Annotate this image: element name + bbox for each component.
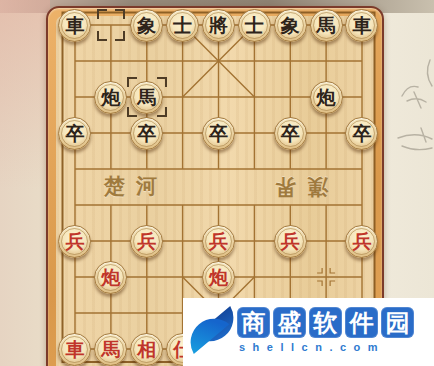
watermark-char-stamp: 盛 <box>273 307 306 338</box>
piece-glyph: 兵 <box>209 232 228 251</box>
piece-glyph: 車 <box>65 340 84 359</box>
piece-red-2-7[interactable]: 炮 <box>94 261 127 294</box>
piece-glyph: 士 <box>173 16 192 35</box>
piece-glyph: 士 <box>245 16 264 35</box>
marker-corner <box>157 77 167 87</box>
xiangqi-game-screen: 楚河 漢界 車象士將士象馬車炮馬炮卒卒卒卒卒兵兵兵兵兵炮炮車馬相仕帥仕相馬車 商… <box>0 0 434 366</box>
piece-glyph: 炮 <box>101 268 120 287</box>
piece-black-8-2[interactable]: 炮 <box>310 81 343 114</box>
piece-glyph: 卒 <box>281 124 300 143</box>
piece-red-3-9[interactable]: 相 <box>130 333 163 366</box>
marker-corner <box>127 77 137 87</box>
last-move-from-marker <box>97 9 125 41</box>
piece-black-5-3[interactable]: 卒 <box>202 117 235 150</box>
piece-glyph: 炮 <box>209 268 228 287</box>
piece-black-1-3[interactable]: 卒 <box>58 117 91 150</box>
piece-glyph: 卒 <box>65 124 84 143</box>
watermark-char: 软 <box>314 311 338 335</box>
piece-black-7-3[interactable]: 卒 <box>274 117 307 150</box>
piece-red-1-6[interactable]: 兵 <box>58 225 91 258</box>
piece-black-3-0[interactable]: 象 <box>130 9 163 42</box>
watermark-s-logo-icon <box>189 301 235 359</box>
piece-glyph: 兵 <box>137 232 156 251</box>
piece-glyph: 卒 <box>352 124 371 143</box>
piece-glyph: 將 <box>209 16 228 35</box>
watermark-url: shellcn.com <box>237 342 414 353</box>
watermark-panel: 商盛软件园 shellcn.com <box>183 298 434 366</box>
last-move-to-marker <box>127 77 167 117</box>
watermark-char-stamp: 件 <box>345 307 378 338</box>
watermark-char: 商 <box>242 311 266 335</box>
piece-black-5-0[interactable]: 將 <box>202 9 235 42</box>
piece-red-9-6[interactable]: 兵 <box>345 225 378 258</box>
piece-glyph: 馬 <box>101 340 120 359</box>
piece-glyph: 相 <box>137 340 156 359</box>
marker-corner <box>115 9 125 19</box>
piece-glyph: 馬 <box>317 16 336 35</box>
watermark-char-stamp: 园 <box>381 307 414 338</box>
piece-red-5-6[interactable]: 兵 <box>202 225 235 258</box>
piece-glyph: 車 <box>65 16 84 35</box>
piece-glyph: 炮 <box>101 88 120 107</box>
marker-corner <box>97 31 107 41</box>
piece-black-7-0[interactable]: 象 <box>274 9 307 42</box>
watermark-char: 件 <box>350 311 374 335</box>
piece-red-1-9[interactable]: 車 <box>58 333 91 366</box>
piece-glyph: 卒 <box>209 124 228 143</box>
piece-glyph: 象 <box>281 16 300 35</box>
piece-black-2-2[interactable]: 炮 <box>94 81 127 114</box>
piece-red-3-6[interactable]: 兵 <box>130 225 163 258</box>
watermark-char: 盛 <box>278 311 302 335</box>
piece-black-8-0[interactable]: 馬 <box>310 9 343 42</box>
piece-glyph: 象 <box>137 16 156 35</box>
piece-glyph: 兵 <box>281 232 300 251</box>
watermark-site-name: 商盛软件园 shellcn.com <box>237 307 414 353</box>
piece-glyph: 炮 <box>317 88 336 107</box>
watermark-char-stamp: 软 <box>309 307 342 338</box>
piece-black-3-3[interactable]: 卒 <box>130 117 163 150</box>
piece-black-9-0[interactable]: 車 <box>345 9 378 42</box>
marker-corner <box>97 9 107 19</box>
piece-glyph: 兵 <box>65 232 84 251</box>
piece-black-4-0[interactable]: 士 <box>166 9 199 42</box>
watermark-char: 园 <box>386 311 410 335</box>
marker-corner <box>115 31 125 41</box>
watermark-stamp-row: 商盛软件园 <box>237 307 414 338</box>
piece-red-7-6[interactable]: 兵 <box>274 225 307 258</box>
piece-glyph: 兵 <box>352 232 371 251</box>
marker-corner <box>127 107 137 117</box>
marker-corner <box>157 107 167 117</box>
piece-black-6-0[interactable]: 士 <box>238 9 271 42</box>
piece-red-5-7[interactable]: 炮 <box>202 261 235 294</box>
piece-black-9-3[interactable]: 卒 <box>345 117 378 150</box>
piece-black-1-0[interactable]: 車 <box>58 9 91 42</box>
piece-red-2-9[interactable]: 馬 <box>94 333 127 366</box>
piece-glyph: 卒 <box>137 124 156 143</box>
watermark-char-stamp: 商 <box>237 307 270 338</box>
piece-glyph: 車 <box>352 16 371 35</box>
